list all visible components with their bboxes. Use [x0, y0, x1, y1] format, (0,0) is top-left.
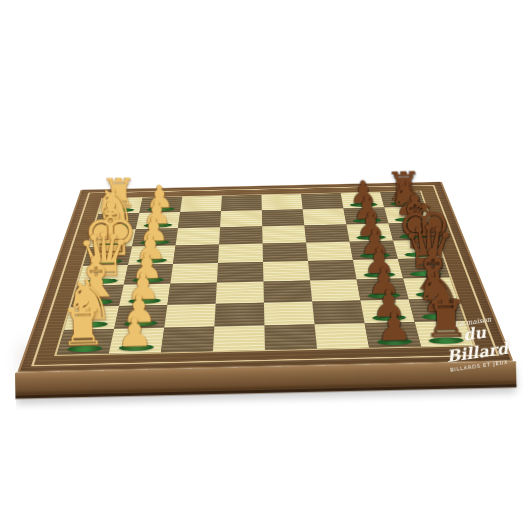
square-a1: ♜ [57, 329, 114, 355]
square-h4 [221, 195, 262, 211]
square-d6 [308, 260, 357, 281]
square-a2: ♟ [109, 328, 164, 354]
square-g3 [178, 211, 221, 228]
square-d5 [263, 261, 310, 282]
square-h6 [301, 193, 343, 209]
board-frame-inlay: ♜♟♟♜♞♟♟♞♝♟♟♝♚♟♟♚♛♟♟♛♝♟♟♝♞♟♟♞♜♟♟♜ [31, 185, 499, 366]
square-c6 [310, 280, 360, 302]
square-d4 [217, 262, 264, 283]
square-f3 [176, 227, 221, 245]
square-h3 [180, 196, 222, 212]
square-d3 [170, 263, 218, 284]
square-b4 [214, 303, 264, 327]
perspective-scene: ♜♟♟♜♞♟♟♞♝♟♟♝♚♟♟♚♛♟♟♛♝♟♟♝♞♟♟♞♜♟♟♜ [49, 48, 476, 475]
square-b5 [264, 302, 315, 326]
square-b3 [164, 304, 215, 328]
square-g6 [303, 208, 347, 225]
square-e4 [218, 244, 263, 263]
square-g4 [220, 210, 262, 227]
chess-grid: ♜♟♟♜♞♟♟♞♝♟♟♝♚♟♟♚♛♟♟♛♝♟♟♝♞♟♟♞♜♟♟♜ [54, 191, 476, 356]
square-b6 [312, 301, 364, 325]
square-a3 [161, 327, 214, 353]
square-e3 [173, 245, 219, 264]
piece-white-rook: ♜ [56, 303, 109, 352]
square-a5 [264, 324, 317, 350]
piece-white-pawn: ♟ [108, 313, 161, 351]
square-c4 [216, 282, 264, 304]
piece-black-pawn: ♟ [368, 307, 421, 345]
square-f4 [219, 226, 263, 244]
square-c5 [263, 281, 312, 303]
square-e5 [263, 243, 308, 262]
square-f6 [304, 224, 349, 242]
board-tilt-wrapper: ♜♟♟♜♞♟♟♞♝♟♟♝♚♟♟♚♛♟♟♛♝♟♟♝♞♟♟♞♜♟♟♜ [49, 48, 476, 475]
square-h5 [261, 194, 302, 210]
square-f5 [262, 225, 306, 243]
square-a6 [315, 323, 370, 349]
square-g5 [262, 209, 304, 226]
square-a7: ♟ [365, 322, 422, 348]
square-e6 [306, 242, 353, 261]
square-a4 [213, 326, 265, 352]
square-c3 [167, 283, 216, 305]
